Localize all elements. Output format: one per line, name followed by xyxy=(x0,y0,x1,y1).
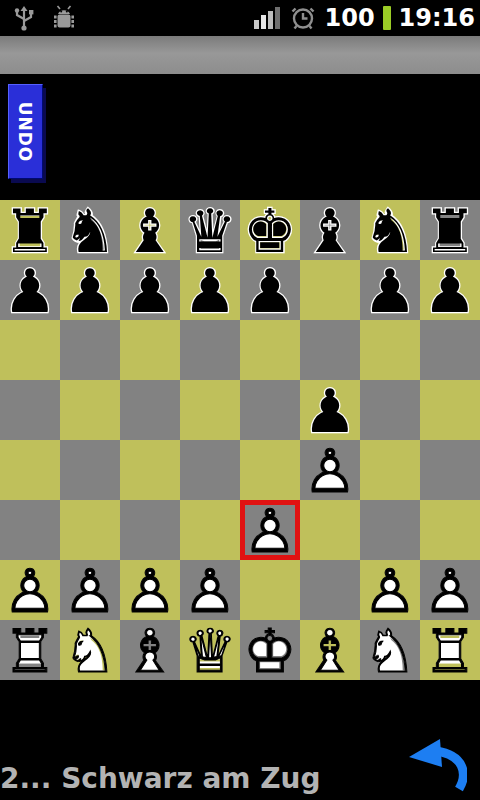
square-f5[interactable]: ♙♟ xyxy=(300,380,360,440)
piece-white-rook: ♜♖ xyxy=(420,620,480,680)
square-c1[interactable]: ♝♗ xyxy=(120,620,180,680)
square-c5[interactable] xyxy=(120,380,180,440)
status-bar-left xyxy=(0,5,78,31)
piece-white-knight: ♞♘ xyxy=(60,620,120,680)
square-b5[interactable] xyxy=(60,380,120,440)
piece-black-bishop: ♗♝ xyxy=(300,200,360,260)
square-e2[interactable] xyxy=(240,560,300,620)
square-e7[interactable]: ♙♟ xyxy=(240,260,300,320)
undo-button-label: UNDO xyxy=(16,101,36,162)
square-d2[interactable]: ♟♙ xyxy=(180,560,240,620)
undo-arrow-icon[interactable] xyxy=(405,738,467,792)
square-f6[interactable] xyxy=(300,320,360,380)
app-screen: 100 19:16 UNDO ♖♜♘♞♗♝♕♛♔♚♗♝♘♞♖♜♙♟♙♟♙♟♙♟♙… xyxy=(0,0,480,800)
android-status-bar: 100 19:16 xyxy=(0,0,480,36)
piece-black-pawn: ♙♟ xyxy=(180,260,240,320)
square-g2[interactable]: ♟♙ xyxy=(360,560,420,620)
clock-time: 19:16 xyxy=(399,0,475,36)
piece-black-bishop: ♗♝ xyxy=(120,200,180,260)
square-e1[interactable]: ♚♔ xyxy=(240,620,300,680)
square-h7[interactable]: ♙♟ xyxy=(420,260,480,320)
square-c3[interactable] xyxy=(120,500,180,560)
piece-white-queen: ♛♕ xyxy=(180,620,240,680)
piece-black-pawn: ♙♟ xyxy=(360,260,420,320)
piece-black-knight: ♘♞ xyxy=(360,200,420,260)
square-f7[interactable] xyxy=(300,260,360,320)
square-g7[interactable]: ♙♟ xyxy=(360,260,420,320)
piece-white-pawn: ♟♙ xyxy=(240,500,300,560)
square-f8[interactable]: ♗♝ xyxy=(300,200,360,260)
square-h6[interactable] xyxy=(420,320,480,380)
square-g1[interactable]: ♞♘ xyxy=(360,620,420,680)
square-b8[interactable]: ♘♞ xyxy=(60,200,120,260)
piece-black-pawn: ♙♟ xyxy=(300,380,360,440)
square-d5[interactable] xyxy=(180,380,240,440)
square-c8[interactable]: ♗♝ xyxy=(120,200,180,260)
usb-icon xyxy=(12,5,36,31)
square-e8[interactable]: ♔♚ xyxy=(240,200,300,260)
square-a8[interactable]: ♖♜ xyxy=(0,200,60,260)
square-b7[interactable]: ♙♟ xyxy=(60,260,120,320)
piece-black-pawn: ♙♟ xyxy=(0,260,60,320)
square-c2[interactable]: ♟♙ xyxy=(120,560,180,620)
square-h3[interactable] xyxy=(420,500,480,560)
square-g4[interactable] xyxy=(360,440,420,500)
title-bar xyxy=(0,36,480,74)
square-b3[interactable] xyxy=(60,500,120,560)
square-a5[interactable] xyxy=(0,380,60,440)
square-d1[interactable]: ♛♕ xyxy=(180,620,240,680)
square-h5[interactable] xyxy=(420,380,480,440)
move-status-text: 2... Schwarz am Zug xyxy=(0,762,321,795)
square-b4[interactable] xyxy=(60,440,120,500)
status-bar-right: 100 19:16 xyxy=(254,0,480,36)
square-c4[interactable] xyxy=(120,440,180,500)
square-g3[interactable] xyxy=(360,500,420,560)
piece-black-king: ♔♚ xyxy=(240,200,300,260)
piece-black-pawn: ♙♟ xyxy=(240,260,300,320)
square-a4[interactable] xyxy=(0,440,60,500)
piece-white-pawn: ♟♙ xyxy=(0,560,60,620)
square-c7[interactable]: ♙♟ xyxy=(120,260,180,320)
square-f2[interactable] xyxy=(300,560,360,620)
square-h1[interactable]: ♜♖ xyxy=(420,620,480,680)
square-f3[interactable] xyxy=(300,500,360,560)
piece-white-pawn: ♟♙ xyxy=(360,560,420,620)
square-b6[interactable] xyxy=(60,320,120,380)
piece-white-pawn: ♟♙ xyxy=(300,440,360,500)
piece-white-pawn: ♟♙ xyxy=(180,560,240,620)
piece-black-pawn: ♙♟ xyxy=(60,260,120,320)
square-g6[interactable] xyxy=(360,320,420,380)
square-b2[interactable]: ♟♙ xyxy=(60,560,120,620)
square-g5[interactable] xyxy=(360,380,420,440)
piece-white-pawn: ♟♙ xyxy=(420,560,480,620)
square-a1[interactable]: ♜♖ xyxy=(0,620,60,680)
square-h2[interactable]: ♟♙ xyxy=(420,560,480,620)
square-a6[interactable] xyxy=(0,320,60,380)
square-e5[interactable] xyxy=(240,380,300,440)
square-b1[interactable]: ♞♘ xyxy=(60,620,120,680)
piece-black-knight: ♘♞ xyxy=(60,200,120,260)
square-d7[interactable]: ♙♟ xyxy=(180,260,240,320)
square-f1[interactable]: ♝♗ xyxy=(300,620,360,680)
square-d8[interactable]: ♕♛ xyxy=(180,200,240,260)
square-f4[interactable]: ♟♙ xyxy=(300,440,360,500)
adb-debug-icon xyxy=(50,5,78,31)
signal-strength-icon xyxy=(254,6,282,30)
piece-black-pawn: ♙♟ xyxy=(120,260,180,320)
piece-white-king: ♚♔ xyxy=(240,620,300,680)
square-d3[interactable] xyxy=(180,500,240,560)
square-g8[interactable]: ♘♞ xyxy=(360,200,420,260)
chess-board: ♖♜♘♞♗♝♕♛♔♚♗♝♘♞♖♜♙♟♙♟♙♟♙♟♙♟♙♟♙♟♙♟♟♙♟♙♟♙♟♙… xyxy=(0,200,480,680)
piece-black-rook: ♖♜ xyxy=(420,200,480,260)
undo-button[interactable]: UNDO xyxy=(8,84,43,179)
piece-black-pawn: ♙♟ xyxy=(420,260,480,320)
piece-black-queen: ♕♛ xyxy=(180,200,240,260)
alarm-clock-icon xyxy=(290,5,316,31)
square-h4[interactable] xyxy=(420,440,480,500)
piece-white-rook: ♜♖ xyxy=(0,620,60,680)
square-e4[interactable] xyxy=(240,440,300,500)
square-e6[interactable] xyxy=(240,320,300,380)
battery-bar-icon xyxy=(383,6,391,30)
last-move-square-e3[interactable]: ♟♙ xyxy=(240,500,300,560)
piece-black-rook: ♖♜ xyxy=(0,200,60,260)
square-a7[interactable]: ♙♟ xyxy=(0,260,60,320)
piece-white-bishop: ♝♗ xyxy=(120,620,180,680)
square-d4[interactable] xyxy=(180,440,240,500)
square-d6[interactable] xyxy=(180,320,240,380)
square-h8[interactable]: ♖♜ xyxy=(420,200,480,260)
square-a3[interactable] xyxy=(0,500,60,560)
piece-white-pawn: ♟♙ xyxy=(60,560,120,620)
square-a2[interactable]: ♟♙ xyxy=(0,560,60,620)
square-c6[interactable] xyxy=(120,320,180,380)
battery-level: 100 xyxy=(324,0,374,36)
piece-white-bishop: ♝♗ xyxy=(300,620,360,680)
piece-white-pawn: ♟♙ xyxy=(120,560,180,620)
piece-white-knight: ♞♘ xyxy=(360,620,420,680)
